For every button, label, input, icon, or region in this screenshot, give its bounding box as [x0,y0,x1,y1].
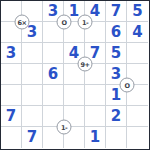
cell-r6c1[interactable]: 7 [1,106,22,127]
cell-r3c3[interactable] [43,43,64,64]
cell-r5c3[interactable] [43,85,64,106]
given-digit: 3 [27,25,37,40]
cell-r2c6[interactable]: 6 [106,22,127,43]
cell-r7c7[interactable] [127,127,148,148]
clue-circle-O: O [57,15,72,30]
cell-r6c7[interactable] [127,106,148,127]
mathrax-board: 3147536434756317271 6×O1-9+O1- [0,0,150,150]
cell-r5c2[interactable] [22,85,43,106]
cell-r6c2[interactable] [22,106,43,127]
given-digit: 3 [48,4,58,19]
given-digit: 2 [111,109,121,124]
given-digit: 1 [69,4,79,19]
clue-circle-9: 9+ [78,57,93,72]
given-digit: 4 [90,4,100,19]
clue-label: 6× [18,18,27,26]
given-digit: 3 [6,46,16,61]
cell-r4c1[interactable] [1,64,22,85]
cell-r7c2[interactable]: 7 [22,127,43,148]
cell-r7c5[interactable]: 1 [85,127,106,148]
cell-r1c6[interactable]: 7 [106,1,127,22]
given-digit: 7 [90,46,100,61]
clue-circle-6: 6× [15,15,30,30]
clue-label: O [124,81,129,89]
cell-r3c2[interactable] [22,43,43,64]
cell-r7c1[interactable] [1,127,22,148]
cell-r4c3[interactable]: 6 [43,64,64,85]
cell-r3c7[interactable] [127,43,148,64]
clue-label: 1- [82,18,88,26]
given-digit: 5 [132,4,142,19]
given-digit: 7 [27,130,37,145]
cell-r3c1[interactable]: 3 [1,43,22,64]
cell-r2c7[interactable]: 4 [127,22,148,43]
given-digit: 1 [111,88,121,103]
cell-r6c5[interactable] [85,106,106,127]
clue-circle-1: 1- [78,15,93,30]
cell-r5c4[interactable] [64,85,85,106]
cell-r6c6[interactable]: 2 [106,106,127,127]
clue-label: 1- [61,123,67,131]
clue-label: O [61,18,66,26]
given-digit: 6 [48,67,58,82]
given-digit: 3 [111,67,121,82]
cell-r1c7[interactable]: 5 [127,1,148,22]
given-digit: 5 [111,46,121,61]
given-digit: 6 [111,25,121,40]
given-digit: 7 [6,109,16,124]
clue-circle-1: 1- [57,120,72,135]
given-digit: 1 [90,130,100,145]
clue-circle-O: O [120,78,135,93]
given-digit: 4 [69,46,79,61]
clue-label: 9+ [81,60,90,68]
cell-r4c2[interactable] [22,64,43,85]
cell-r7c6[interactable] [106,127,127,148]
given-digit: 7 [111,4,121,19]
cell-r5c1[interactable] [1,85,22,106]
cell-r3c6[interactable]: 5 [106,43,127,64]
given-digit: 4 [132,25,142,40]
cell-r5c5[interactable] [85,85,106,106]
